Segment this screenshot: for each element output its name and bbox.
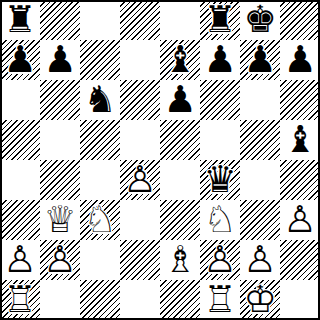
black-bishop-icon: ♝ <box>160 40 200 80</box>
square-g3[interactable] <box>240 200 280 240</box>
square-d5[interactable] <box>120 120 160 160</box>
white-queen-icon: ♕ <box>40 200 80 240</box>
black-knight-icon: ♞ <box>80 80 120 120</box>
piece-black-pawn-e6[interactable]: ♟♟ <box>160 80 200 120</box>
piece-black-bishop-e7[interactable]: ♝♝ <box>160 40 200 80</box>
black-rook-icon: ♜ <box>200 0 240 40</box>
square-g7[interactable]: ♟♟ <box>240 40 280 80</box>
square-a5[interactable] <box>0 120 40 160</box>
white-knight-icon: ♘ <box>80 200 120 240</box>
square-h2[interactable] <box>280 240 320 280</box>
white-pawn-icon: ♙ <box>200 240 240 280</box>
square-c7[interactable] <box>80 40 120 80</box>
piece-black-pawn-b7[interactable]: ♟♟ <box>40 40 80 80</box>
piece-white-pawn-f2[interactable]: ♟♙ <box>200 240 240 280</box>
square-a7[interactable]: ♟♟ <box>0 40 40 80</box>
white-knight-icon: ♘ <box>200 200 240 240</box>
square-d1[interactable] <box>120 280 160 320</box>
piece-black-king-g8[interactable]: ♚♚ <box>240 0 280 40</box>
white-pawn-icon: ♙ <box>240 240 280 280</box>
piece-white-pawn-h3[interactable]: ♟♙ <box>280 200 320 240</box>
piece-black-rook-f8[interactable]: ♜♜ <box>200 0 240 40</box>
square-f1[interactable]: ♜♖ <box>200 280 240 320</box>
piece-white-king-g1[interactable]: ♚♔ <box>240 280 280 320</box>
square-b8[interactable] <box>40 0 80 40</box>
piece-white-rook-f1[interactable]: ♜♖ <box>200 280 240 320</box>
black-pawn-icon: ♟ <box>280 40 320 80</box>
square-e4[interactable] <box>160 160 200 200</box>
white-pawn-icon: ♙ <box>280 200 320 240</box>
white-bishop-icon: ♗ <box>160 240 200 280</box>
white-pawn-icon: ♙ <box>0 240 40 280</box>
square-h3[interactable]: ♟♙ <box>280 200 320 240</box>
piece-black-bishop-h5[interactable]: ♝♝ <box>280 120 320 160</box>
square-f7[interactable]: ♟♟ <box>200 40 240 80</box>
square-c6[interactable]: ♞♞ <box>80 80 120 120</box>
black-rook-icon: ♜ <box>0 0 40 40</box>
square-a1[interactable]: ♜♖ <box>0 280 40 320</box>
square-g1[interactable]: ♚♔ <box>240 280 280 320</box>
white-pawn-icon: ♙ <box>120 160 160 200</box>
square-b2[interactable]: ♟♙ <box>40 240 80 280</box>
white-rook-icon: ♖ <box>0 280 40 320</box>
square-a3[interactable] <box>0 200 40 240</box>
piece-white-queen-b3[interactable]: ♛♕ <box>40 200 80 240</box>
square-c2[interactable] <box>80 240 120 280</box>
black-king-icon: ♚ <box>240 0 280 40</box>
square-e8[interactable] <box>160 0 200 40</box>
piece-white-knight-c3[interactable]: ♞♘ <box>80 200 120 240</box>
piece-black-knight-c6[interactable]: ♞♞ <box>80 80 120 120</box>
piece-white-rook-a1[interactable]: ♜♖ <box>0 280 40 320</box>
square-e5[interactable] <box>160 120 200 160</box>
white-king-icon: ♔ <box>240 280 280 320</box>
square-c5[interactable] <box>80 120 120 160</box>
square-e3[interactable] <box>160 200 200 240</box>
square-e2[interactable]: ♝♗ <box>160 240 200 280</box>
square-f8[interactable]: ♜♜ <box>200 0 240 40</box>
piece-white-knight-f3[interactable]: ♞♘ <box>200 200 240 240</box>
square-f5[interactable] <box>200 120 240 160</box>
square-c4[interactable] <box>80 160 120 200</box>
piece-white-pawn-b2[interactable]: ♟♙ <box>40 240 80 280</box>
square-d6[interactable] <box>120 80 160 120</box>
square-a2[interactable]: ♟♙ <box>0 240 40 280</box>
piece-white-bishop-e2[interactable]: ♝♗ <box>160 240 200 280</box>
square-h6[interactable] <box>280 80 320 120</box>
square-b3[interactable]: ♛♕ <box>40 200 80 240</box>
square-f2[interactable]: ♟♙ <box>200 240 240 280</box>
piece-black-pawn-h7[interactable]: ♟♟ <box>280 40 320 80</box>
square-d2[interactable] <box>120 240 160 280</box>
black-pawn-icon: ♟ <box>0 40 40 80</box>
square-h4[interactable] <box>280 160 320 200</box>
square-d8[interactable] <box>120 0 160 40</box>
piece-white-pawn-d4[interactable]: ♟♙ <box>120 160 160 200</box>
piece-black-queen-f4[interactable]: ♛♛ <box>200 160 240 200</box>
square-f4[interactable]: ♛♛ <box>200 160 240 200</box>
square-b5[interactable] <box>40 120 80 160</box>
square-b7[interactable]: ♟♟ <box>40 40 80 80</box>
black-bishop-icon: ♝ <box>280 120 320 160</box>
square-e6[interactable]: ♟♟ <box>160 80 200 120</box>
chess-board: ♜♜♜♜♚♚♟♟♟♟♝♝♟♟♟♟♟♟♞♞♟♟♝♝♟♙♛♛♛♕♞♘♞♘♟♙♟♙♟♙… <box>0 0 320 320</box>
piece-black-pawn-a7[interactable]: ♟♟ <box>0 40 40 80</box>
square-g5[interactable] <box>240 120 280 160</box>
square-b1[interactable] <box>40 280 80 320</box>
piece-white-pawn-g2[interactable]: ♟♙ <box>240 240 280 280</box>
piece-black-pawn-g7[interactable]: ♟♟ <box>240 40 280 80</box>
square-d7[interactable] <box>120 40 160 80</box>
square-h7[interactable]: ♟♟ <box>280 40 320 80</box>
square-e7[interactable]: ♝♝ <box>160 40 200 80</box>
square-g8[interactable]: ♚♚ <box>240 0 280 40</box>
square-a4[interactable] <box>0 160 40 200</box>
square-g2[interactable]: ♟♙ <box>240 240 280 280</box>
piece-black-rook-a8[interactable]: ♜♜ <box>0 0 40 40</box>
square-d3[interactable] <box>120 200 160 240</box>
square-c3[interactable]: ♞♘ <box>80 200 120 240</box>
square-a8[interactable]: ♜♜ <box>0 0 40 40</box>
square-c1[interactable] <box>80 280 120 320</box>
black-pawn-icon: ♟ <box>160 80 200 120</box>
white-rook-icon: ♖ <box>200 280 240 320</box>
square-g4[interactable] <box>240 160 280 200</box>
square-h5[interactable]: ♝♝ <box>280 120 320 160</box>
black-queen-icon: ♛ <box>200 160 240 200</box>
square-f6[interactable] <box>200 80 240 120</box>
square-h1[interactable] <box>280 280 320 320</box>
square-d4[interactable]: ♟♙ <box>120 160 160 200</box>
square-f3[interactable]: ♞♘ <box>200 200 240 240</box>
square-e1[interactable] <box>160 280 200 320</box>
black-pawn-icon: ♟ <box>200 40 240 80</box>
square-c8[interactable] <box>80 0 120 40</box>
piece-white-pawn-a2[interactable]: ♟♙ <box>0 240 40 280</box>
square-a6[interactable] <box>0 80 40 120</box>
square-g6[interactable] <box>240 80 280 120</box>
square-h8[interactable] <box>280 0 320 40</box>
square-b4[interactable] <box>40 160 80 200</box>
piece-black-pawn-f7[interactable]: ♟♟ <box>200 40 240 80</box>
square-b6[interactable] <box>40 80 80 120</box>
black-pawn-icon: ♟ <box>240 40 280 80</box>
white-pawn-icon: ♙ <box>40 240 80 280</box>
black-pawn-icon: ♟ <box>40 40 80 80</box>
